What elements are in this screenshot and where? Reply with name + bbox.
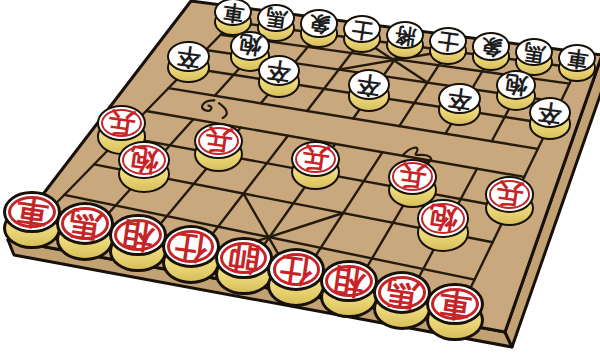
piece-character: 士 — [436, 29, 460, 53]
piece-top-face: 相 — [109, 214, 167, 257]
piece-black-advisor[interactable]: 士 — [343, 15, 381, 53]
piece-red-horse[interactable]: 馬 — [373, 271, 431, 330]
piece-top-face: 炮 — [417, 199, 469, 237]
piece-top-face: 將 — [386, 21, 424, 49]
piece-character: 象 — [479, 35, 503, 59]
piece-red-elephant[interactable]: 相 — [320, 260, 378, 319]
piece-black-elephant[interactable]: 象 — [300, 9, 338, 47]
piece-red-elephant[interactable]: 相 — [109, 214, 167, 273]
piece-character: 兵 — [106, 108, 136, 139]
piece-character: 炮 — [427, 202, 459, 234]
piece-character: 將 — [393, 23, 417, 47]
piece-top-face: 兵 — [97, 105, 146, 141]
piece-black-soldier[interactable]: 卒 — [438, 83, 480, 126]
piece-character: 卒 — [266, 57, 292, 83]
piece-black-general[interactable]: 將 — [386, 21, 424, 59]
piece-top-face: 卒 — [258, 55, 300, 86]
xiangqi-scene: 車馬象士將士象馬車炮炮卒卒卒卒卒兵兵兵兵兵炮炮車馬相仕帥仕相馬車 — [0, 0, 600, 358]
piece-top-face: 象 — [300, 9, 338, 37]
piece-character: 卒 — [356, 71, 382, 97]
piece-character: 炮 — [128, 144, 160, 176]
piece-top-face: 車 — [3, 191, 61, 234]
piece-red-chariot[interactable]: 車 — [426, 283, 484, 342]
piece-black-soldier[interactable]: 卒 — [348, 69, 390, 112]
piece-top-face: 帥 — [215, 237, 273, 280]
piece-black-soldier[interactable]: 卒 — [258, 55, 300, 98]
piece-character: 兵 — [203, 126, 233, 157]
piece-top-face: 兵 — [194, 123, 243, 159]
piece-red-horse[interactable]: 馬 — [56, 202, 114, 261]
piece-red-general[interactable]: 帥 — [215, 237, 273, 296]
piece-character: 仕 — [173, 228, 209, 264]
piece-black-advisor[interactable]: 士 — [429, 27, 467, 65]
piece-black-elephant[interactable]: 象 — [472, 32, 510, 70]
piece-character: 車 — [221, 0, 245, 24]
piece-top-face: 卒 — [438, 83, 480, 114]
piece-top-face: 馬 — [56, 202, 114, 245]
piece-character: 馬 — [384, 274, 420, 310]
piece-character: 仕 — [278, 251, 314, 287]
piece-top-face: 炮 — [496, 70, 537, 100]
piece-character: 象 — [307, 12, 331, 36]
piece-character: 車 — [437, 286, 473, 322]
piece-red-advisor[interactable]: 仕 — [162, 225, 220, 284]
piece-character: 兵 — [494, 179, 524, 210]
piece-top-face: 仕 — [162, 225, 220, 268]
piece-top-face: 炮 — [118, 141, 170, 179]
piece-top-face: 馬 — [373, 271, 431, 314]
piece-top-face: 兵 — [291, 141, 340, 177]
piece-red-advisor[interactable]: 仕 — [267, 248, 325, 307]
piece-character: 卒 — [537, 99, 563, 125]
piece-black-chariot[interactable]: 車 — [558, 44, 596, 82]
piece-red-soldier[interactable]: 兵 — [194, 123, 243, 173]
piece-red-soldier[interactable]: 兵 — [485, 176, 534, 226]
piece-black-soldier[interactable]: 卒 — [167, 41, 209, 84]
piece-character: 相 — [120, 217, 156, 253]
pieces-layer: 車馬象士將士象馬車炮炮卒卒卒卒卒兵兵兵兵兵炮炮車馬相仕帥仕相馬車 — [0, 0, 600, 358]
piece-character: 卒 — [175, 43, 201, 69]
piece-red-cannon[interactable]: 炮 — [118, 141, 170, 194]
piece-top-face: 兵 — [388, 159, 437, 195]
piece-top-face: 馬 — [257, 4, 295, 32]
piece-top-face: 象 — [472, 32, 510, 60]
piece-red-chariot[interactable]: 車 — [3, 191, 61, 250]
piece-top-face: 士 — [429, 27, 467, 55]
piece-black-soldier[interactable]: 卒 — [529, 97, 571, 140]
piece-character: 車 — [14, 194, 50, 230]
piece-character: 兵 — [300, 144, 330, 175]
piece-character: 馬 — [522, 40, 546, 64]
piece-top-face: 仕 — [267, 248, 325, 291]
piece-character: 馬 — [264, 6, 288, 30]
piece-red-soldier[interactable]: 兵 — [291, 141, 340, 191]
piece-top-face: 卒 — [167, 41, 209, 72]
piece-character: 馬 — [67, 205, 103, 241]
piece-top-face: 車 — [426, 283, 484, 326]
piece-character: 相 — [331, 263, 367, 299]
piece-red-cannon[interactable]: 炮 — [417, 199, 469, 252]
piece-character: 卒 — [446, 85, 472, 111]
piece-character: 車 — [565, 46, 589, 70]
piece-top-face: 車 — [558, 44, 596, 72]
piece-character: 兵 — [397, 162, 427, 193]
piece-character: 士 — [350, 17, 374, 41]
piece-character: 炮 — [503, 72, 528, 97]
piece-character: 帥 — [225, 240, 261, 276]
piece-top-face: 兵 — [485, 176, 534, 212]
